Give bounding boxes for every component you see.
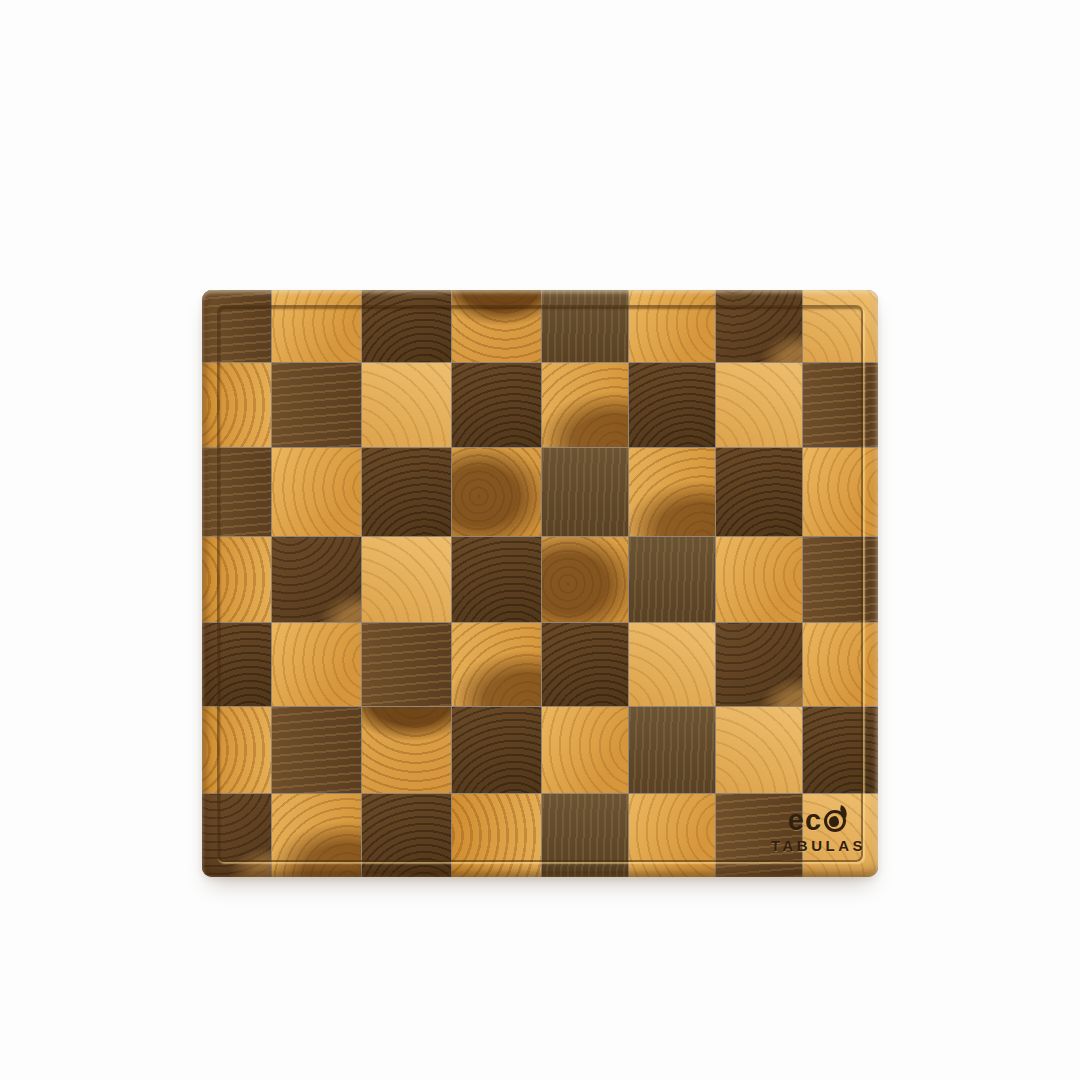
- square-r3c3-dark: [362, 448, 451, 536]
- square-r3c4-light: [452, 448, 541, 536]
- square-r1c3-dark: [362, 290, 451, 362]
- square-r5c5-dark: [542, 623, 627, 706]
- square-r6c3-light: [362, 707, 451, 793]
- square-r2c2-dark: [272, 363, 361, 447]
- square-r7c2-light: [272, 794, 361, 877]
- square-r4c2-dark: [272, 537, 361, 621]
- square-r2c7-light: [716, 363, 802, 447]
- square-r1c2-light: [272, 290, 361, 362]
- square-r3c5-dark: [542, 448, 627, 536]
- logo-row-eco: ec: [768, 806, 866, 835]
- square-r5c1-dark: [202, 623, 271, 706]
- square-r6c8-dark: [803, 707, 878, 793]
- square-r6c7-light: [716, 707, 802, 793]
- square-r6c6-dark: [629, 707, 715, 793]
- square-r2c8-dark: [803, 363, 878, 447]
- square-r1c4-light: [452, 290, 541, 362]
- square-r1c8-light: [803, 290, 878, 362]
- square-r3c6-light: [629, 448, 715, 536]
- square-r4c5-light: [542, 537, 627, 621]
- square-r4c3-light: [362, 537, 451, 621]
- square-r7c4-light: [452, 794, 541, 877]
- square-r6c1-light: [202, 707, 271, 793]
- brand-logo: ec TABULAS: [768, 806, 866, 853]
- square-r7c3-dark: [362, 794, 451, 877]
- logo-text-tabulas: TABULAS: [768, 838, 866, 853]
- square-r2c3-light: [362, 363, 451, 447]
- square-r2c5-light: [542, 363, 627, 447]
- square-r4c4-dark: [452, 537, 541, 621]
- square-r1c7-dark: [716, 290, 802, 362]
- square-r1c6-light: [629, 290, 715, 362]
- square-r7c1-dark: [202, 794, 271, 877]
- square-r3c8-light: [803, 448, 878, 536]
- square-r5c3-dark: [362, 623, 451, 706]
- square-r5c2-light: [272, 623, 361, 706]
- square-r6c4-dark: [452, 707, 541, 793]
- square-r5c7-dark: [716, 623, 802, 706]
- square-r4c7-light: [716, 537, 802, 621]
- square-r7c6-light: [629, 794, 715, 877]
- square-r4c1-light: [202, 537, 271, 621]
- photo-background: ec TABULAS: [0, 0, 1080, 1080]
- square-r4c6-dark: [629, 537, 715, 621]
- square-r3c2-light: [272, 448, 361, 536]
- logo-text-ec: ec: [788, 806, 822, 836]
- square-r2c1-light: [202, 363, 271, 447]
- square-r2c4-dark: [452, 363, 541, 447]
- square-r3c7-dark: [716, 448, 802, 536]
- square-r5c6-light: [629, 623, 715, 706]
- square-r4c8-dark: [803, 537, 878, 621]
- square-r2c6-dark: [629, 363, 715, 447]
- globe-leaf-icon: [824, 810, 846, 832]
- square-r3c1-dark: [202, 448, 271, 536]
- square-r5c8-light: [803, 623, 878, 706]
- square-r6c2-dark: [272, 707, 361, 793]
- square-r1c5-dark: [542, 290, 627, 362]
- checkerboard-grid: [202, 290, 878, 877]
- square-r5c4-light: [452, 623, 541, 706]
- square-r6c5-light: [542, 707, 627, 793]
- square-r7c5-dark: [542, 794, 627, 877]
- cutting-board: ec TABULAS: [202, 290, 878, 877]
- square-r1c1-dark: [202, 290, 271, 362]
- leaf-icon: [838, 804, 850, 817]
